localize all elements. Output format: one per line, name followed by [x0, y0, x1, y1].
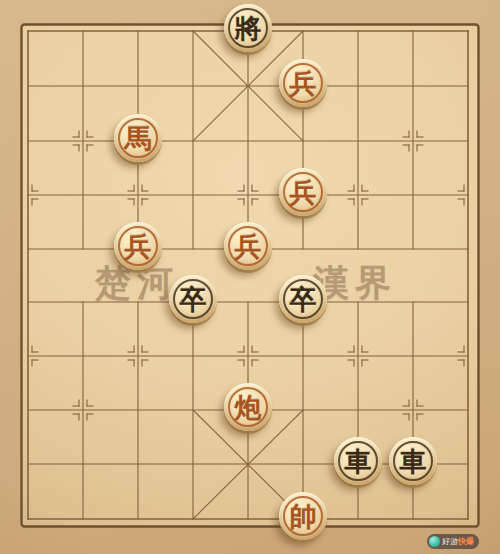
piece-red-soldier[interactable]: 兵: [224, 222, 272, 270]
piece-glyph: 車: [400, 448, 427, 475]
piece-black-chariot[interactable]: 車: [334, 437, 382, 485]
piece-red-general[interactable]: 帥: [279, 492, 327, 540]
piece-black-chariot[interactable]: 車: [389, 437, 437, 485]
piece-glyph: 帥: [290, 503, 317, 530]
watermark-app-icon: [429, 536, 440, 547]
piece-glyph: 卒: [180, 286, 207, 313]
piece-glyph: 兵: [290, 70, 317, 97]
piece-red-horse[interactable]: 馬: [114, 114, 162, 162]
watermark-badge: 好游快爆: [427, 534, 479, 549]
piece-glyph: 兵: [235, 233, 262, 260]
piece-glyph: 馬: [125, 125, 152, 152]
piece-red-soldier[interactable]: 兵: [114, 222, 162, 270]
piece-red-cannon[interactable]: 炮: [224, 383, 272, 431]
piece-glyph: 卒: [290, 286, 317, 313]
piece-black-general[interactable]: 將: [224, 4, 272, 52]
piece-red-soldier[interactable]: 兵: [279, 59, 327, 107]
piece-glyph: 炮: [235, 394, 262, 421]
piece-glyph: 兵: [290, 179, 317, 206]
piece-black-soldier[interactable]: 卒: [169, 275, 217, 323]
piece-red-soldier[interactable]: 兵: [279, 168, 327, 216]
watermark-text: 好游快爆: [442, 538, 474, 546]
piece-black-soldier[interactable]: 卒: [279, 275, 327, 323]
piece-glyph: 兵: [125, 233, 152, 260]
piece-glyph: 車: [345, 448, 372, 475]
piece-glyph: 將: [235, 15, 262, 42]
xiangqi-board-screenshot: 楚河 漢界 將兵馬兵兵兵卒卒炮車車帥 好游快爆: [0, 0, 500, 554]
